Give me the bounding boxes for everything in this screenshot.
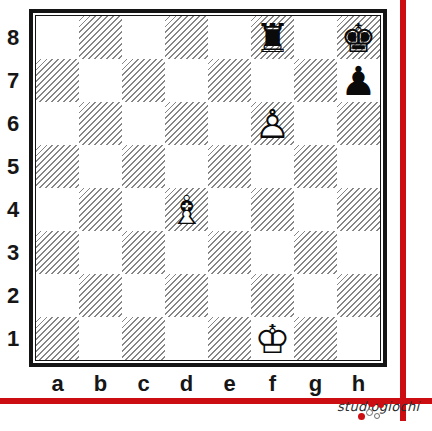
square-d4: ♝♗ (165, 188, 208, 231)
rank-label-4: 4 (0, 188, 26, 231)
square-g1 (294, 317, 337, 360)
file-label-f: f (251, 371, 294, 396)
square-f1: ♚♔ (251, 317, 294, 360)
file-label-h: h (337, 371, 380, 396)
square-h4 (337, 188, 380, 231)
chess-board: ♜♚♟♟♙♝♗♚♔ (36, 16, 380, 360)
square-c1 (122, 317, 165, 360)
square-d8 (165, 16, 208, 59)
rank-label-1: 1 (0, 317, 26, 360)
square-f8: ♜ (251, 16, 294, 59)
square-b8 (79, 16, 122, 59)
square-e6 (208, 102, 251, 145)
square-h6 (337, 102, 380, 145)
square-g7 (294, 59, 337, 102)
square-d2 (165, 274, 208, 317)
white-pawn: ♟♙ (251, 102, 294, 145)
square-h7: ♟ (337, 59, 380, 102)
file-label-e: e (208, 371, 251, 396)
rank-label-2: 2 (0, 274, 26, 317)
file-label-d: d (165, 371, 208, 396)
square-b1 (79, 317, 122, 360)
square-g5 (294, 145, 337, 188)
rank-label-3: 3 (0, 231, 26, 274)
square-e3 (208, 231, 251, 274)
square-b3 (79, 231, 122, 274)
board-inner-border: ♜♚♟♟♙♝♗♚♔ (35, 15, 381, 361)
accent-vertical-line (400, 0, 406, 421)
square-d7 (165, 59, 208, 102)
square-a3 (36, 231, 79, 274)
square-c7 (122, 59, 165, 102)
square-a2 (36, 274, 79, 317)
square-a5 (36, 145, 79, 188)
square-e7 (208, 59, 251, 102)
square-h8: ♚ (337, 16, 380, 59)
square-f5 (251, 145, 294, 188)
logo-dot-text-1 (368, 399, 376, 407)
square-a8 (36, 16, 79, 59)
logo-circle-2 (374, 413, 380, 419)
logo-dot-text-2 (378, 402, 384, 408)
square-e1 (208, 317, 251, 360)
board-frame: ♜♚♟♟♙♝♗♚♔ (29, 9, 387, 367)
file-label-b: b (79, 371, 122, 396)
square-g8 (294, 16, 337, 59)
square-h1 (337, 317, 380, 360)
square-c3 (122, 231, 165, 274)
square-d1 (165, 317, 208, 360)
square-e4 (208, 188, 251, 231)
file-label-a: a (36, 371, 79, 396)
square-b4 (79, 188, 122, 231)
file-label-g: g (294, 371, 337, 396)
black-king: ♚ (337, 16, 380, 59)
logo-circle-1 (366, 409, 373, 416)
square-f7 (251, 59, 294, 102)
square-a4 (36, 188, 79, 231)
square-d6 (165, 102, 208, 145)
white-bishop: ♝♗ (165, 188, 208, 231)
square-a1 (36, 317, 79, 360)
square-b2 (79, 274, 122, 317)
white-king: ♚♔ (251, 317, 294, 360)
square-h3 (337, 231, 380, 274)
square-e2 (208, 274, 251, 317)
file-label-c: c (122, 371, 165, 396)
rank-label-7: 7 (0, 59, 26, 102)
square-e5 (208, 145, 251, 188)
file-labels: abcdefgh (36, 371, 380, 396)
square-d3 (165, 231, 208, 274)
rank-labels: 87654321 (0, 16, 26, 360)
square-g3 (294, 231, 337, 274)
rank-label-8: 8 (0, 16, 26, 59)
square-h2 (337, 274, 380, 317)
square-c4 (122, 188, 165, 231)
square-c5 (122, 145, 165, 188)
rank-label-6: 6 (0, 102, 26, 145)
square-c8 (122, 16, 165, 59)
rank-label-5: 5 (0, 145, 26, 188)
logo-dot-bottom (358, 413, 365, 420)
square-d5 (165, 145, 208, 188)
square-b7 (79, 59, 122, 102)
square-c6 (122, 102, 165, 145)
square-c2 (122, 274, 165, 317)
square-e8 (208, 16, 251, 59)
square-b5 (79, 145, 122, 188)
square-b6 (79, 102, 122, 145)
square-g4 (294, 188, 337, 231)
square-a7 (36, 59, 79, 102)
square-f3 (251, 231, 294, 274)
square-f4 (251, 188, 294, 231)
black-pawn: ♟ (337, 59, 380, 102)
square-g6 (294, 102, 337, 145)
square-f6: ♟♙ (251, 102, 294, 145)
black-rook: ♜ (251, 16, 294, 59)
square-h5 (337, 145, 380, 188)
page: ♜♚♟♟♙♝♗♚♔ 87654321 abcdefgh studiogiochi (0, 0, 432, 431)
square-f2 (251, 274, 294, 317)
square-g2 (294, 274, 337, 317)
square-a6 (36, 102, 79, 145)
